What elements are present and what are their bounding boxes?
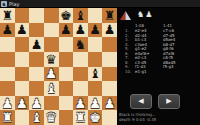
black-queen-piece: ♛ <box>45 53 57 66</box>
square-b5[interactable] <box>15 52 30 67</box>
side-panel: ♞♟ 1:08 1:41 1.e2-e4c7-c62.d2-d4d7-d53.b… <box>117 8 200 125</box>
square-h1[interactable] <box>102 110 117 125</box>
square-c1[interactable]: ♝ <box>29 110 44 125</box>
move-number-10[interactable]: 10. <box>125 70 135 75</box>
square-b7[interactable]: ♟ <box>15 23 30 38</box>
square-d5[interactable]: ♛ <box>44 52 59 67</box>
navigation-buttons: ◀ ▶ <box>130 94 180 109</box>
move-row: 10.e1-g1 <box>125 70 197 75</box>
move-list[interactable]: 1.e2-e4c7-c62.d2-d4d7-d53.b1-c3d5xe44.c3… <box>125 29 197 74</box>
square-d7[interactable] <box>44 23 59 38</box>
white-pawn-piece: ♟ <box>45 67 57 80</box>
white-king-piece: ♚ <box>89 111 101 124</box>
black-move-10[interactable] <box>163 70 187 75</box>
square-e7[interactable]: ♟ <box>59 23 74 38</box>
square-c7[interactable] <box>29 23 44 38</box>
square-b3[interactable] <box>15 81 30 96</box>
square-b2[interactable]: ♟ <box>15 96 30 111</box>
white-bishop-piece: ♝ <box>45 82 57 95</box>
square-g1[interactable]: ♚ <box>88 110 103 125</box>
square-e3[interactable] <box>59 81 74 96</box>
white-queen-piece: ♛ <box>45 111 57 124</box>
square-f1[interactable]: ♜ <box>73 110 88 125</box>
white-pawn-piece: ♟ <box>16 97 28 110</box>
black-bishop-piece: ♝ <box>75 9 87 22</box>
square-g2[interactable]: ♟ <box>88 96 103 111</box>
square-g7[interactable]: ♟ <box>88 23 103 38</box>
white-pawn-piece: ♟ <box>31 97 43 110</box>
black-pawn-piece: ♟ <box>60 23 72 36</box>
square-e6[interactable] <box>59 37 74 52</box>
back-button[interactable]: ◀ <box>130 94 152 109</box>
square-h7[interactable]: ♟ <box>102 23 117 38</box>
status-line2: depth 9 0:04 -0.35 <box>119 117 199 122</box>
square-h3[interactable] <box>102 81 117 96</box>
app-title: Play <box>9 0 19 8</box>
square-h5[interactable] <box>102 52 117 67</box>
panel-icons-row: ♞♟ <box>120 10 152 20</box>
square-g5[interactable] <box>88 52 103 67</box>
square-h6[interactable] <box>102 37 117 52</box>
white-rook-piece: ♜ <box>1 111 13 124</box>
square-b1[interactable] <box>15 110 30 125</box>
square-a1[interactable]: ♜ <box>0 110 15 125</box>
engine-status: Black is thinking... depth 9 0:04 -0.35 <box>119 112 199 122</box>
square-d6[interactable] <box>44 37 59 52</box>
black-pawn-piece: ♟ <box>104 23 116 36</box>
square-d3[interactable]: ♝ <box>44 81 59 96</box>
captured-knight-icon: ♞ <box>137 10 144 20</box>
square-c4[interactable] <box>29 67 44 82</box>
chess-app-window: ♞ Play ♜♚♝♜♟♟♟♟♟♟♟♞♛♟♝♝♟♟♟♟♟♟♜♝♛♜♚ ♞♟ 1:… <box>0 0 200 125</box>
square-f3[interactable] <box>73 81 88 96</box>
square-g3[interactable] <box>88 81 103 96</box>
white-pawn-piece: ♟ <box>75 97 87 110</box>
square-d2[interactable] <box>44 96 59 111</box>
square-h8[interactable]: ♜ <box>102 8 117 23</box>
square-c8[interactable] <box>29 8 44 23</box>
white-rook-piece: ♜ <box>75 111 87 124</box>
black-pawn-piece: ♟ <box>16 23 28 36</box>
square-e1[interactable] <box>59 110 74 125</box>
forward-button[interactable]: ▶ <box>158 94 180 109</box>
square-e2[interactable] <box>59 96 74 111</box>
white-pawn-piece: ♟ <box>89 97 101 110</box>
square-d4[interactable]: ♟ <box>44 67 59 82</box>
black-rook-piece: ♜ <box>104 9 116 22</box>
white-bishop-piece: ♝ <box>31 111 43 124</box>
black-pawn-piece: ♟ <box>75 23 87 36</box>
black-pawn-piece: ♟ <box>89 23 101 36</box>
square-e4[interactable] <box>59 67 74 82</box>
black-bishop-piece: ♝ <box>89 67 101 80</box>
square-c5[interactable] <box>29 52 44 67</box>
square-a5[interactable] <box>0 52 15 67</box>
black-pawn-piece: ♟ <box>31 38 43 51</box>
captured-pieces-tray: ♞♟ <box>137 10 152 20</box>
square-a6[interactable] <box>0 37 15 52</box>
black-pawn-piece: ♟ <box>1 23 13 36</box>
square-f5[interactable] <box>73 52 88 67</box>
square-c6[interactable]: ♟ <box>29 37 44 52</box>
square-a8[interactable]: ♜ <box>0 8 15 23</box>
white-pawn-piece: ♟ <box>1 97 13 110</box>
square-g6[interactable] <box>88 37 103 52</box>
square-e8[interactable]: ♚ <box>59 8 74 23</box>
chess-board[interactable]: ♜♚♝♜♟♟♟♟♟♟♟♞♛♟♝♝♟♟♟♟♟♟♜♝♛♜♚ <box>0 8 117 125</box>
square-b4[interactable] <box>15 67 30 82</box>
square-g4[interactable]: ♝ <box>88 67 103 82</box>
white-pawn-piece: ♟ <box>104 97 116 110</box>
captured-pawn-icon: ♟ <box>145 10 152 20</box>
black-king-piece: ♚ <box>60 9 72 22</box>
square-d1[interactable]: ♛ <box>44 110 59 125</box>
square-a7[interactable]: ♟ <box>0 23 15 38</box>
white-move-10[interactable]: e1-g1 <box>135 70 163 75</box>
app-knight-icon: ♞ <box>1 1 7 7</box>
square-d8[interactable] <box>44 8 59 23</box>
black-knight-piece: ♞ <box>75 38 87 51</box>
black-rook-piece: ♜ <box>1 9 13 22</box>
square-e5[interactable] <box>59 52 74 67</box>
square-h2[interactable]: ♟ <box>102 96 117 111</box>
square-a3[interactable] <box>0 81 15 96</box>
square-c3[interactable] <box>29 81 44 96</box>
square-f7[interactable]: ♟ <box>73 23 88 38</box>
square-f6[interactable]: ♞ <box>73 37 88 52</box>
square-b8[interactable] <box>15 8 30 23</box>
square-h4[interactable] <box>102 67 117 82</box>
square-f4[interactable] <box>73 67 88 82</box>
square-f2[interactable]: ♟ <box>73 96 88 111</box>
square-g8[interactable] <box>88 8 103 23</box>
square-a2[interactable]: ♟ <box>0 96 15 111</box>
square-b6[interactable] <box>15 37 30 52</box>
square-c2[interactable]: ♟ <box>29 96 44 111</box>
square-a4[interactable] <box>0 67 15 82</box>
analysis-pie-icon <box>120 11 131 20</box>
square-f8[interactable]: ♝ <box>73 8 88 23</box>
title-bar: ♞ Play <box>0 0 200 8</box>
